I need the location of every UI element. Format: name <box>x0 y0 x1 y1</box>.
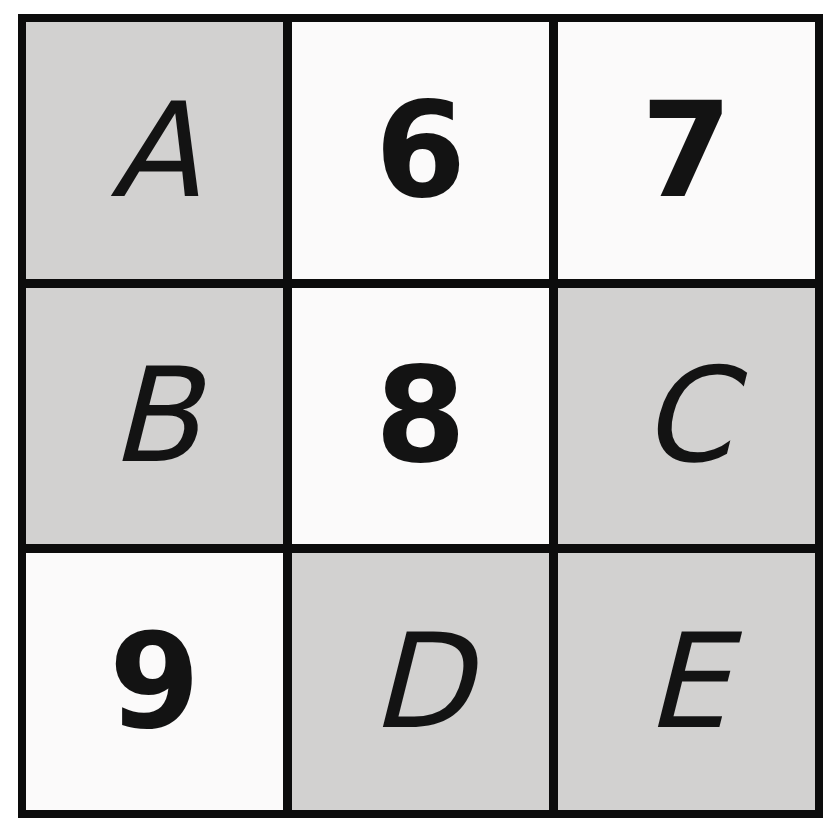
cell-value-r3c2: D <box>370 616 471 747</box>
cell-r1c1: A <box>26 22 283 279</box>
cell-value-r3c3: E <box>645 616 728 747</box>
cell-r3c1: 9 <box>26 553 283 810</box>
cell-r3c3: E <box>558 553 815 810</box>
puzzle-board: A 6 7 B 8 C 9 D E <box>18 14 823 818</box>
cell-r3c2: D <box>292 553 549 810</box>
cell-r2c1: B <box>26 288 283 545</box>
cell-value-r1c1: A <box>110 85 200 216</box>
cell-r2c2: 8 <box>292 288 549 545</box>
cell-value-r1c2: 6 <box>375 85 466 216</box>
cell-value-r2c1: B <box>110 350 200 481</box>
cell-r1c3: 7 <box>558 22 815 279</box>
cell-value-r3c1: 9 <box>109 616 200 747</box>
cell-value-r2c2: 8 <box>375 350 466 481</box>
cell-r2c3: C <box>558 288 815 545</box>
cell-value-r1c3: 7 <box>641 85 732 216</box>
cell-value-r2c3: C <box>641 350 732 481</box>
cell-r1c2: 6 <box>292 22 549 279</box>
